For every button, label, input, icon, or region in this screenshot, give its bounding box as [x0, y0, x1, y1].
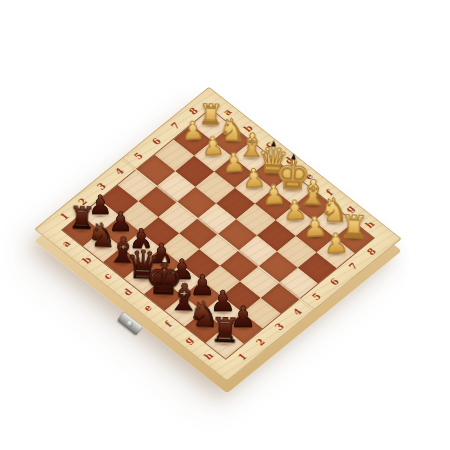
- file-label-text: d: [120, 286, 134, 297]
- rank-label-text: 6: [328, 276, 342, 287]
- finial-tip: [141, 243, 146, 249]
- file-label-text: b: [79, 254, 93, 265]
- rank-label-text: 7: [168, 121, 182, 132]
- file-label-text: h: [202, 351, 216, 362]
- piece-dark-rook-h1[interactable]: ♜: [209, 314, 240, 349]
- rank-label-text: 4: [291, 306, 305, 317]
- file-label-text: a: [59, 238, 72, 249]
- rank-label-text: 5: [131, 151, 145, 162]
- piece-light-pawn-h7[interactable]: ♟: [323, 229, 349, 258]
- rank-label-text: 2: [254, 336, 268, 347]
- finial-tip: [291, 154, 296, 160]
- photo-stage: abcdefgh8877665544332211abcdefgh ♜♟♞♟♝♟♛…: [0, 0, 450, 450]
- finial-tip: [271, 140, 276, 146]
- file-label-text: e: [141, 302, 154, 313]
- file-label-text: f: [162, 319, 174, 329]
- rank-label-text: 7: [346, 261, 360, 272]
- rank-label-text: 1: [235, 351, 249, 362]
- file-label-text: g: [181, 335, 195, 346]
- rank-label-text: 4: [113, 166, 127, 177]
- rank-label-text: 8: [365, 246, 379, 257]
- file-label-text: c: [100, 270, 113, 281]
- rank-label-text: 6: [150, 136, 164, 147]
- rank-label-text: 5: [309, 291, 323, 302]
- rank-label-text: 3: [272, 321, 286, 332]
- finial-tip: [162, 256, 167, 262]
